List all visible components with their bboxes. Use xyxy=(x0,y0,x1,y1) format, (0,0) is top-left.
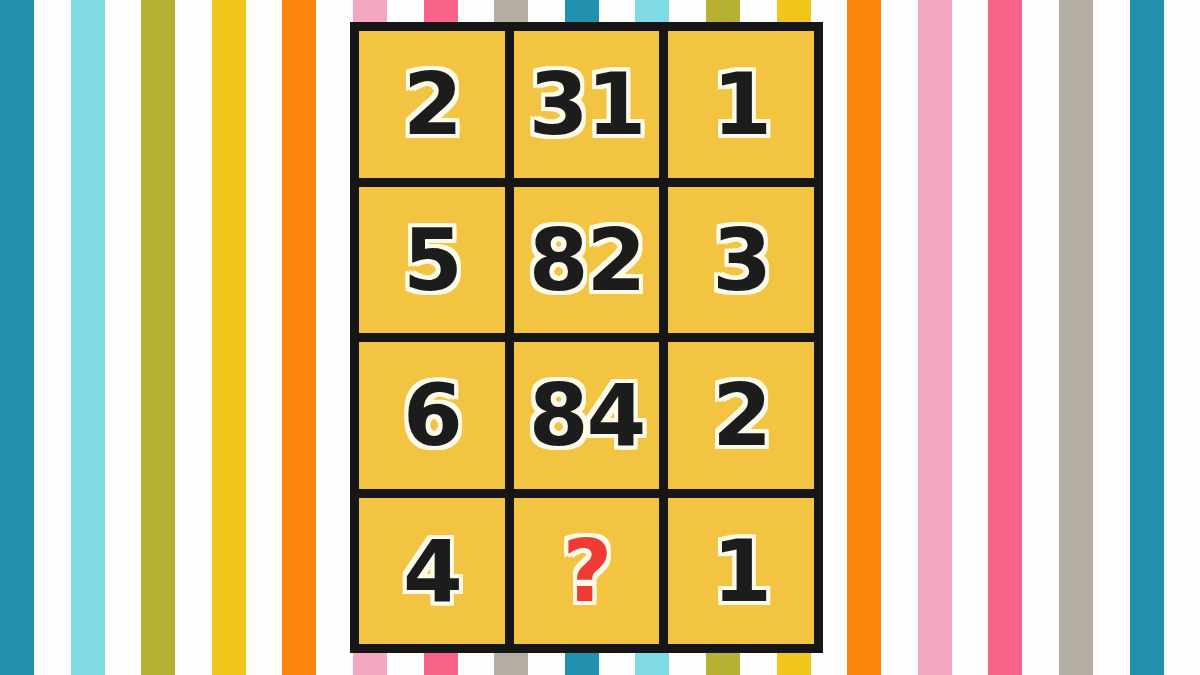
background-stripe xyxy=(918,0,952,675)
cell-r2c1: 5 xyxy=(359,187,505,334)
puzzle-scene: 2 31 1 5 82 3 6 84 2 4 ? 1 xyxy=(0,0,1200,675)
background-stripe xyxy=(847,0,881,675)
background-stripe xyxy=(212,0,246,675)
cell-r2c2: 82 xyxy=(514,187,660,334)
cell-r1c2: 31 xyxy=(514,31,660,178)
cell-r1c1: 2 xyxy=(359,31,505,178)
background-stripe xyxy=(1130,0,1164,675)
puzzle-board: 2 31 1 5 82 3 6 84 2 4 ? 1 xyxy=(350,22,823,653)
cell-r4c3: 1 xyxy=(668,498,814,645)
cell-r3c3: 2 xyxy=(668,342,814,489)
background-stripe xyxy=(0,0,34,675)
cell-r2c3: 3 xyxy=(668,187,814,334)
background-stripe xyxy=(1059,0,1093,675)
background-stripe xyxy=(988,0,1022,675)
background-stripe xyxy=(141,0,175,675)
background-stripe xyxy=(282,0,316,675)
cell-r4c2: ? xyxy=(514,498,660,645)
background-stripe xyxy=(71,0,105,675)
cell-r4c1: 4 xyxy=(359,498,505,645)
cell-r1c3: 1 xyxy=(668,31,814,178)
cell-r3c1: 6 xyxy=(359,342,505,489)
cell-r3c2: 84 xyxy=(514,342,660,489)
